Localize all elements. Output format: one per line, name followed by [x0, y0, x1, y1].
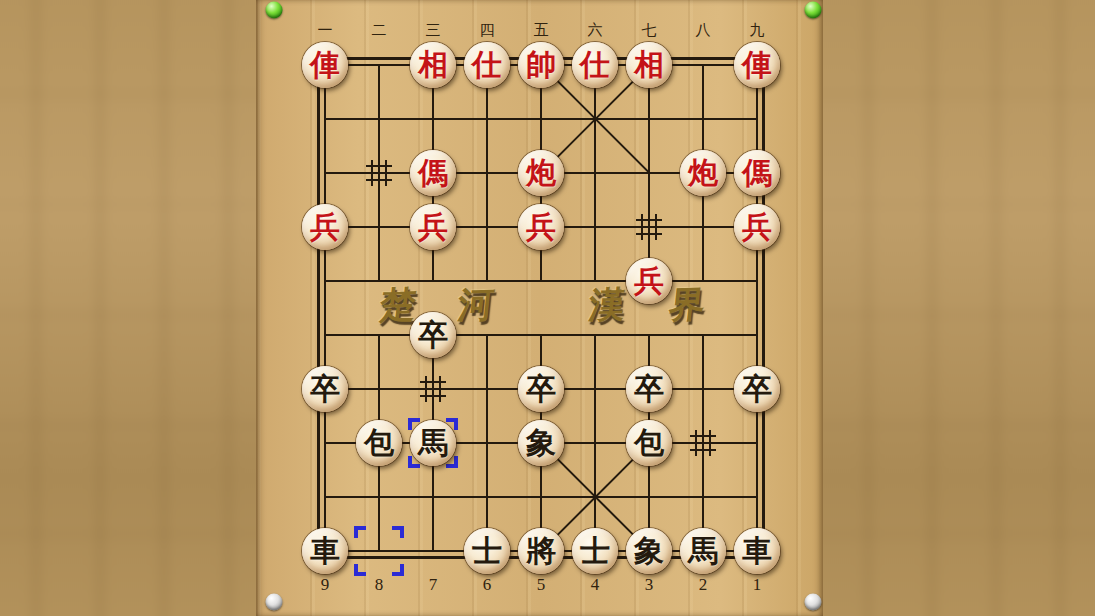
piece-black-soldier[interactable]: 卒 [410, 312, 456, 358]
last-move-from-marker [354, 526, 404, 576]
piece-character: 馬 [688, 536, 718, 566]
piece-character: 卒 [634, 374, 664, 404]
piece-red-advisor[interactable]: 仕 [572, 42, 618, 88]
piece-red-cannon[interactable]: 炮 [518, 150, 564, 196]
piece-black-advisor[interactable]: 士 [572, 528, 618, 574]
point-marker-stroke [371, 160, 373, 186]
file-label-top: 五 [534, 23, 549, 38]
piece-character: 兵 [310, 212, 340, 242]
point-marker-stroke [690, 449, 716, 451]
river-text: 河 [456, 286, 496, 323]
point-marker [366, 160, 392, 186]
corner-indicator-bottom-left [266, 594, 283, 611]
piece-character: 仕 [580, 50, 610, 80]
piece-red-soldier[interactable]: 兵 [518, 204, 564, 250]
file-label-top: 六 [588, 23, 603, 38]
piece-character: 兵 [634, 266, 664, 296]
point-marker-stroke [655, 214, 657, 240]
piece-black-cannon[interactable]: 包 [356, 420, 402, 466]
file-label-top: 二 [372, 23, 387, 38]
piece-red-horse[interactable]: 傌 [410, 150, 456, 196]
piece-black-elephant[interactable]: 象 [626, 528, 672, 574]
point-marker-stroke [641, 214, 643, 240]
file-label-top: 七 [642, 23, 657, 38]
piece-character: 傌 [742, 158, 772, 188]
piece-black-horse[interactable]: 馬 [410, 420, 456, 466]
piece-character: 兵 [526, 212, 556, 242]
file-label-bottom: 6 [483, 576, 492, 593]
piece-red-chariot[interactable]: 俥 [302, 42, 348, 88]
piece-character: 相 [418, 50, 448, 80]
piece-red-soldier[interactable]: 兵 [626, 258, 672, 304]
piece-character: 士 [472, 536, 502, 566]
file-label-top: 三 [426, 23, 441, 38]
piece-character: 俥 [310, 50, 340, 80]
file-label-bottom: 9 [321, 576, 330, 593]
point-marker-stroke [366, 165, 392, 167]
piece-black-horse[interactable]: 馬 [680, 528, 726, 574]
piece-black-soldier[interactable]: 卒 [302, 366, 348, 412]
piece-character: 傌 [418, 158, 448, 188]
xiangqi-board[interactable]: 楚河漢界一二三四五六七八九987654321俥相仕帥仕相俥傌炮炮傌兵兵兵兵兵卒卒… [0, 0, 1095, 616]
piece-character: 兵 [418, 212, 448, 242]
piece-red-cannon[interactable]: 炮 [680, 150, 726, 196]
file-label-bottom: 2 [699, 576, 708, 593]
piece-character: 車 [742, 536, 772, 566]
highlight-corner [354, 564, 366, 576]
piece-character: 包 [364, 428, 394, 458]
piece-black-cannon[interactable]: 包 [626, 420, 672, 466]
piece-red-soldier[interactable]: 兵 [734, 204, 780, 250]
file-label-bottom: 1 [753, 576, 762, 593]
piece-black-chariot[interactable]: 車 [302, 528, 348, 574]
file-label-bottom: 4 [591, 576, 600, 593]
piece-black-soldier[interactable]: 卒 [734, 366, 780, 412]
point-marker-stroke [366, 179, 392, 181]
file-label-bottom: 8 [375, 576, 384, 593]
piece-red-general[interactable]: 帥 [518, 42, 564, 88]
piece-red-soldier[interactable]: 兵 [302, 204, 348, 250]
corner-indicator-top-left [266, 2, 283, 19]
piece-black-advisor[interactable]: 士 [464, 528, 510, 574]
file-label-bottom: 7 [429, 576, 438, 593]
piece-character: 俥 [742, 50, 772, 80]
piece-red-elephant[interactable]: 相 [626, 42, 672, 88]
point-marker-stroke [420, 381, 446, 383]
piece-character: 士 [580, 536, 610, 566]
piece-black-soldier[interactable]: 卒 [518, 366, 564, 412]
piece-red-elephant[interactable]: 相 [410, 42, 456, 88]
river-text: 漢 [587, 286, 627, 323]
piece-character: 包 [634, 428, 664, 458]
point-marker-stroke [385, 160, 387, 186]
river-text: 楚 [378, 286, 418, 323]
point-marker-stroke [709, 430, 711, 456]
point-marker [420, 376, 446, 402]
piece-black-elephant[interactable]: 象 [518, 420, 564, 466]
piece-red-soldier[interactable]: 兵 [410, 204, 456, 250]
piece-character: 車 [310, 536, 340, 566]
highlight-corner [392, 564, 404, 576]
piece-character: 卒 [418, 320, 448, 350]
piece-character: 象 [526, 428, 556, 458]
corner-indicator-bottom-right [805, 594, 822, 611]
point-marker-stroke [695, 430, 697, 456]
point-marker-stroke [439, 376, 441, 402]
river-text: 界 [667, 286, 707, 323]
highlight-corner [354, 526, 366, 538]
piece-black-general[interactable]: 將 [518, 528, 564, 574]
point-marker [636, 214, 662, 240]
piece-character: 帥 [526, 50, 556, 80]
piece-character: 卒 [526, 374, 556, 404]
corner-indicator-top-right [805, 2, 822, 19]
file-label-bottom: 3 [645, 576, 654, 593]
piece-red-chariot[interactable]: 俥 [734, 42, 780, 88]
piece-black-soldier[interactable]: 卒 [626, 366, 672, 412]
point-marker-stroke [690, 435, 716, 437]
point-marker-stroke [420, 395, 446, 397]
highlight-corner [392, 526, 404, 538]
piece-character: 馬 [418, 428, 448, 458]
piece-character: 炮 [526, 158, 556, 188]
piece-character: 象 [634, 536, 664, 566]
piece-character: 兵 [742, 212, 772, 242]
point-marker [690, 430, 716, 456]
piece-character: 相 [634, 50, 664, 80]
piece-red-advisor[interactable]: 仕 [464, 42, 510, 88]
file-label-top: 一 [318, 23, 333, 38]
point-marker-stroke [636, 219, 662, 221]
file-label-bottom: 5 [537, 576, 546, 593]
piece-character: 將 [526, 536, 556, 566]
file-label-top: 九 [750, 23, 765, 38]
piece-character: 仕 [472, 50, 502, 80]
file-label-top: 八 [696, 23, 711, 38]
piece-character: 卒 [310, 374, 340, 404]
piece-character: 炮 [688, 158, 718, 188]
point-marker-stroke [425, 376, 427, 402]
piece-character: 卒 [742, 374, 772, 404]
point-marker-stroke [636, 233, 662, 235]
piece-red-horse[interactable]: 傌 [734, 150, 780, 196]
file-label-top: 四 [480, 23, 495, 38]
piece-black-chariot[interactable]: 車 [734, 528, 780, 574]
